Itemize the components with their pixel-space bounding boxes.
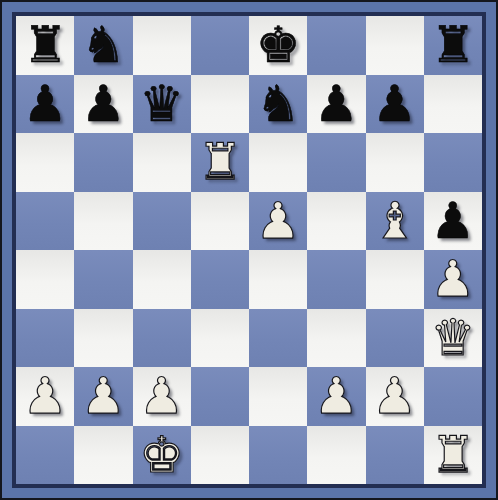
piece-black-pawn: ♟ — [23, 79, 68, 129]
square-f4[interactable] — [307, 250, 365, 309]
square-g7[interactable]: ♟ — [366, 75, 424, 134]
square-e4[interactable] — [249, 250, 307, 309]
square-b5[interactable] — [74, 192, 132, 251]
square-d1[interactable] — [191, 426, 249, 485]
square-a1[interactable] — [16, 426, 74, 485]
piece-black-knight: ♞ — [256, 79, 301, 129]
square-a8[interactable]: ♜ — [16, 16, 74, 75]
piece-black-pawn: ♟ — [430, 196, 475, 246]
square-e3[interactable] — [249, 309, 307, 368]
square-d8[interactable] — [191, 16, 249, 75]
square-h3[interactable]: ♛ — [424, 309, 482, 368]
chess-board: ♜♞♚♜♟♟♛♞♟♟♜♟♝♟♟♛♟♟♟♟♟♚♜ — [16, 16, 482, 484]
square-f5[interactable] — [307, 192, 365, 251]
square-g5[interactable]: ♝ — [366, 192, 424, 251]
piece-black-queen: ♛ — [139, 79, 184, 129]
square-c2[interactable]: ♟ — [133, 367, 191, 426]
square-b6[interactable] — [74, 133, 132, 192]
square-c3[interactable] — [133, 309, 191, 368]
board-frame: ♜♞♚♜♟♟♛♞♟♟♜♟♝♟♟♛♟♟♟♟♟♚♜ — [2, 2, 496, 498]
piece-black-pawn: ♟ — [81, 79, 126, 129]
piece-white-king: ♚ — [139, 430, 184, 480]
square-b8[interactable]: ♞ — [74, 16, 132, 75]
piece-white-pawn: ♟ — [139, 371, 184, 421]
piece-white-rook: ♜ — [430, 430, 475, 480]
piece-white-queen: ♛ — [430, 313, 475, 363]
square-g8[interactable] — [366, 16, 424, 75]
piece-white-pawn: ♟ — [314, 371, 359, 421]
piece-white-bishop: ♝ — [372, 196, 417, 246]
square-e1[interactable] — [249, 426, 307, 485]
piece-white-pawn: ♟ — [430, 254, 475, 304]
square-d3[interactable] — [191, 309, 249, 368]
square-b2[interactable]: ♟ — [74, 367, 132, 426]
square-e8[interactable]: ♚ — [249, 16, 307, 75]
square-a7[interactable]: ♟ — [16, 75, 74, 134]
square-g2[interactable]: ♟ — [366, 367, 424, 426]
piece-black-knight: ♞ — [81, 20, 126, 70]
square-f1[interactable] — [307, 426, 365, 485]
square-c1[interactable]: ♚ — [133, 426, 191, 485]
square-g4[interactable] — [366, 250, 424, 309]
square-a6[interactable] — [16, 133, 74, 192]
square-e7[interactable]: ♞ — [249, 75, 307, 134]
square-h7[interactable] — [424, 75, 482, 134]
square-h4[interactable]: ♟ — [424, 250, 482, 309]
piece-black-rook: ♜ — [430, 20, 475, 70]
piece-white-pawn: ♟ — [81, 371, 126, 421]
square-d4[interactable] — [191, 250, 249, 309]
square-c6[interactable] — [133, 133, 191, 192]
board-inner-line: ♜♞♚♜♟♟♛♞♟♟♜♟♝♟♟♛♟♟♟♟♟♚♜ — [12, 12, 486, 488]
square-d2[interactable] — [191, 367, 249, 426]
square-f7[interactable]: ♟ — [307, 75, 365, 134]
square-f2[interactable]: ♟ — [307, 367, 365, 426]
square-e6[interactable] — [249, 133, 307, 192]
piece-white-pawn: ♟ — [23, 371, 68, 421]
piece-black-rook: ♜ — [23, 20, 68, 70]
square-c8[interactable] — [133, 16, 191, 75]
square-d5[interactable] — [191, 192, 249, 251]
square-h2[interactable] — [424, 367, 482, 426]
square-f6[interactable] — [307, 133, 365, 192]
board-outer-edge: ♜♞♚♜♟♟♛♞♟♟♜♟♝♟♟♛♟♟♟♟♟♚♜ — [0, 0, 498, 500]
square-g6[interactable] — [366, 133, 424, 192]
square-c4[interactable] — [133, 250, 191, 309]
square-g3[interactable] — [366, 309, 424, 368]
square-e2[interactable] — [249, 367, 307, 426]
square-f8[interactable] — [307, 16, 365, 75]
square-h5[interactable]: ♟ — [424, 192, 482, 251]
square-h1[interactable]: ♜ — [424, 426, 482, 485]
square-h8[interactable]: ♜ — [424, 16, 482, 75]
square-h6[interactable] — [424, 133, 482, 192]
piece-white-rook: ♜ — [197, 137, 242, 187]
square-c7[interactable]: ♛ — [133, 75, 191, 134]
square-b1[interactable] — [74, 426, 132, 485]
square-d7[interactable] — [191, 75, 249, 134]
square-b4[interactable] — [74, 250, 132, 309]
piece-white-pawn: ♟ — [372, 371, 417, 421]
piece-white-pawn: ♟ — [256, 196, 301, 246]
square-d6[interactable]: ♜ — [191, 133, 249, 192]
square-f3[interactable] — [307, 309, 365, 368]
piece-black-king: ♚ — [256, 20, 301, 70]
square-a2[interactable]: ♟ — [16, 367, 74, 426]
square-c5[interactable] — [133, 192, 191, 251]
piece-black-pawn: ♟ — [372, 79, 417, 129]
square-b7[interactable]: ♟ — [74, 75, 132, 134]
square-b3[interactable] — [74, 309, 132, 368]
square-e5[interactable]: ♟ — [249, 192, 307, 251]
square-a4[interactable] — [16, 250, 74, 309]
square-a3[interactable] — [16, 309, 74, 368]
piece-black-pawn: ♟ — [314, 79, 359, 129]
square-a5[interactable] — [16, 192, 74, 251]
square-g1[interactable] — [366, 426, 424, 485]
